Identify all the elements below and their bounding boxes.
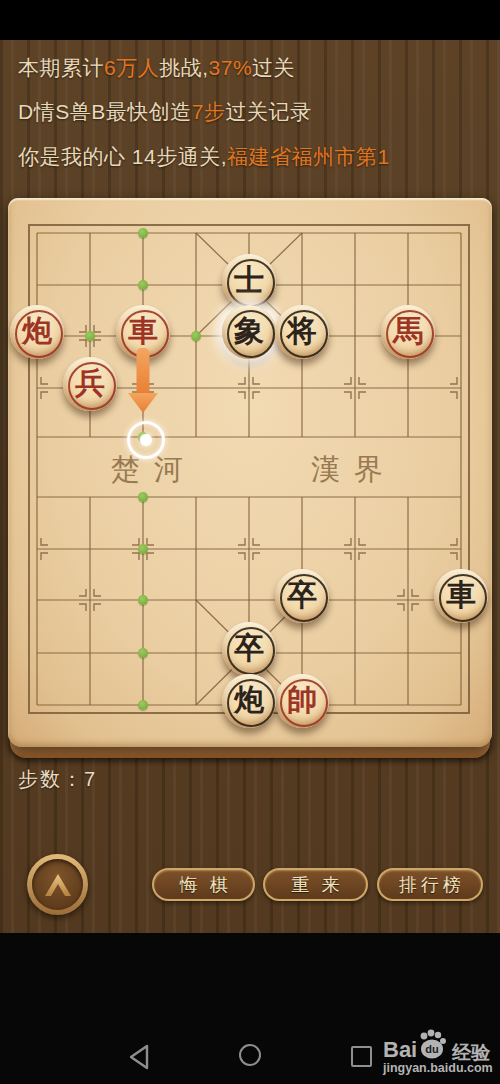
piece-black-advisor[interactable]: 士 bbox=[222, 254, 276, 308]
baidu-paw-icon: du bbox=[414, 1026, 450, 1062]
plain-text: 你是我的心 14步通关, bbox=[18, 145, 227, 168]
move-dot[interactable] bbox=[138, 492, 148, 502]
piece-red-chariot[interactable]: 車 bbox=[116, 305, 170, 359]
chevron-up-icon bbox=[41, 870, 75, 900]
undo-button[interactable]: 悔棋 bbox=[152, 868, 255, 901]
destination-ring[interactable] bbox=[127, 421, 165, 459]
plain-text: 过关 bbox=[252, 56, 295, 79]
move-dot[interactable] bbox=[191, 331, 201, 341]
piece-glyph: 将 bbox=[287, 316, 317, 346]
piece-black-cannon[interactable]: 炮 bbox=[222, 674, 276, 728]
move-dot[interactable] bbox=[138, 700, 148, 710]
expand-button[interactable] bbox=[27, 854, 88, 915]
highlighted-text: 6万人 bbox=[104, 56, 159, 79]
piece-glyph: 卒 bbox=[287, 580, 317, 610]
piece-glyph: 象 bbox=[234, 316, 264, 346]
piece-black-chariot[interactable]: 車 bbox=[434, 569, 488, 623]
piece-glyph: 帥 bbox=[287, 685, 317, 715]
piece-black-general[interactable]: 将 bbox=[275, 305, 329, 359]
svg-text:du: du bbox=[425, 1043, 438, 1055]
piece-black-elephant[interactable]: 象 bbox=[222, 305, 276, 359]
record-line: D情S兽B最快创造7步过关记录 bbox=[18, 99, 311, 124]
status-bar bbox=[0, 0, 500, 40]
xiangqi-board[interactable]: 楚河 漢界 炮車兵馬帥士象将卒車卒炮 bbox=[8, 198, 492, 758]
piece-black-pawn[interactable]: 卒 bbox=[275, 569, 329, 623]
restart-button[interactable]: 重来 bbox=[263, 868, 368, 901]
piece-black-pawn[interactable]: 卒 bbox=[222, 622, 276, 676]
piece-red-horse[interactable]: 馬 bbox=[381, 305, 435, 359]
nav-home-icon[interactable] bbox=[239, 1044, 261, 1066]
plain-text: 本期累计 bbox=[18, 56, 104, 79]
highlighted-text: 7步 bbox=[192, 100, 226, 123]
move-dot[interactable] bbox=[138, 544, 148, 554]
river-label-right: 漢界 bbox=[285, 450, 409, 490]
expand-button-face bbox=[32, 859, 83, 910]
plain-text: 挑战, bbox=[159, 56, 208, 79]
plain-text: D情S兽B最快创造 bbox=[18, 100, 192, 123]
step-counter: 步数：7 bbox=[18, 766, 97, 793]
piece-red-general[interactable]: 帥 bbox=[275, 674, 329, 728]
nav-back-icon[interactable] bbox=[128, 1044, 150, 1070]
move-dot[interactable] bbox=[138, 595, 148, 605]
nav-recents-icon[interactable] bbox=[351, 1046, 372, 1067]
piece-glyph: 車 bbox=[446, 580, 476, 610]
highlighted-text: 福建省福州市第1 bbox=[227, 145, 390, 168]
piece-glyph: 馬 bbox=[393, 316, 423, 346]
top-player-line: 你是我的心 14步通关,福建省福州市第1 bbox=[18, 144, 390, 169]
plain-text: 过关记录 bbox=[225, 100, 311, 123]
piece-red-cannon[interactable]: 炮 bbox=[10, 305, 64, 359]
piece-red-pawn[interactable]: 兵 bbox=[63, 357, 117, 411]
piece-glyph: 兵 bbox=[75, 368, 105, 398]
watermark-baidu: Bai bbox=[383, 1037, 417, 1063]
watermark-url: jingyan.baidu.com bbox=[383, 1061, 493, 1075]
leaderboard-button[interactable]: 排行榜 bbox=[377, 868, 483, 901]
move-dot[interactable] bbox=[138, 383, 148, 393]
piece-glyph: 車 bbox=[128, 316, 158, 346]
piece-glyph: 炮 bbox=[22, 316, 52, 346]
move-dot[interactable] bbox=[138, 280, 148, 290]
move-dot[interactable] bbox=[85, 331, 95, 341]
highlighted-text: 37% bbox=[209, 56, 253, 79]
app-screen: 本期累计6万人挑战,37%过关 D情S兽B最快创造7步过关记录 你是我的心 14… bbox=[0, 0, 500, 1084]
move-dot[interactable] bbox=[138, 648, 148, 658]
move-dot[interactable] bbox=[138, 228, 148, 238]
piece-glyph: 炮 bbox=[234, 685, 264, 715]
piece-glyph: 卒 bbox=[234, 633, 264, 663]
piece-glyph: 士 bbox=[234, 265, 264, 295]
stats-line: 本期累计6万人挑战,37%过关 bbox=[18, 55, 295, 80]
